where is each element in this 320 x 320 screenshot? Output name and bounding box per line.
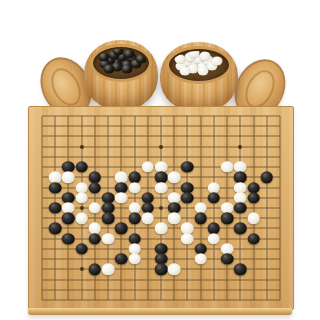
board-point[interactable] xyxy=(35,223,48,233)
board-point[interactable] xyxy=(194,152,207,162)
board-point[interactable] xyxy=(101,285,114,295)
board-point[interactable] xyxy=(49,234,62,244)
board-point[interactable] xyxy=(207,193,220,203)
board-point[interactable] xyxy=(49,254,62,264)
board-point[interactable] xyxy=(115,264,128,274)
board-point[interactable] xyxy=(194,142,207,152)
star-point xyxy=(159,145,163,149)
board-point[interactable] xyxy=(115,142,128,152)
board-point[interactable] xyxy=(115,131,128,141)
board-point[interactable] xyxy=(168,152,181,162)
board-point[interactable] xyxy=(62,131,75,141)
board-point[interactable] xyxy=(141,121,154,131)
board-point[interactable] xyxy=(168,274,181,284)
board-point[interactable] xyxy=(273,234,286,244)
board-point[interactable] xyxy=(75,223,88,233)
board-point[interactable] xyxy=(260,285,273,295)
board-point[interactable] xyxy=(115,152,128,162)
board-point[interactable] xyxy=(247,152,260,162)
white-stone xyxy=(115,192,128,203)
board-point[interactable] xyxy=(35,274,48,284)
board-point[interactable] xyxy=(128,182,141,192)
board-point[interactable] xyxy=(194,111,207,121)
board-point[interactable] xyxy=(35,162,48,172)
board-point[interactable] xyxy=(220,172,233,182)
board-point[interactable] xyxy=(207,152,220,162)
board-point[interactable] xyxy=(141,162,154,172)
board-point[interactable] xyxy=(35,203,48,213)
board-point[interactable] xyxy=(62,172,75,182)
board-point[interactable] xyxy=(260,274,273,284)
board-point[interactable] xyxy=(260,254,273,264)
board-point[interactable] xyxy=(154,264,167,274)
board-point[interactable] xyxy=(260,131,273,141)
black-stone xyxy=(89,233,102,244)
board-point[interactable] xyxy=(194,172,207,182)
board-point[interactable] xyxy=(49,274,62,284)
board-point[interactable] xyxy=(49,142,62,152)
board-point[interactable] xyxy=(141,142,154,152)
board-point[interactable] xyxy=(35,285,48,295)
board-point[interactable] xyxy=(154,295,167,305)
board-point[interactable] xyxy=(128,111,141,121)
board-point[interactable] xyxy=(141,131,154,141)
board-point[interactable] xyxy=(75,264,88,274)
board-point[interactable] xyxy=(101,234,114,244)
board-point[interactable] xyxy=(260,182,273,192)
board-point[interactable] xyxy=(234,295,247,305)
board-point[interactable] xyxy=(75,295,88,305)
board-point[interactable] xyxy=(168,295,181,305)
board-point[interactable] xyxy=(101,274,114,284)
board-point[interactable] xyxy=(260,203,273,213)
board-point[interactable] xyxy=(181,121,194,131)
board-point[interactable] xyxy=(273,295,286,305)
board-point[interactable] xyxy=(181,142,194,152)
board-point[interactable] xyxy=(273,203,286,213)
board-point[interactable] xyxy=(247,121,260,131)
board-point[interactable] xyxy=(154,111,167,121)
black-stone xyxy=(75,243,88,254)
board-point[interactable] xyxy=(260,244,273,254)
board-point[interactable] xyxy=(75,131,88,141)
board-point[interactable] xyxy=(62,295,75,305)
board-point[interactable] xyxy=(128,152,141,162)
board-point[interactable] xyxy=(207,203,220,213)
board-point[interactable] xyxy=(207,244,220,254)
board-point[interactable] xyxy=(194,223,207,233)
board-point[interactable] xyxy=(62,254,75,264)
board-point[interactable] xyxy=(75,244,88,254)
board-point[interactable] xyxy=(128,295,141,305)
board-point[interactable] xyxy=(49,182,62,192)
board-point[interactable] xyxy=(273,121,286,131)
board-point[interactable] xyxy=(62,142,75,152)
board-point[interactable] xyxy=(194,131,207,141)
board-point[interactable] xyxy=(220,162,233,172)
board-point[interactable] xyxy=(181,285,194,295)
board-point[interactable] xyxy=(154,193,167,203)
board-point[interactable] xyxy=(35,121,48,131)
board-point[interactable] xyxy=(207,142,220,152)
board-point[interactable] xyxy=(115,285,128,295)
board-point[interactable] xyxy=(260,264,273,274)
board-point[interactable] xyxy=(101,172,114,182)
board-point[interactable] xyxy=(115,121,128,131)
board-point[interactable] xyxy=(49,152,62,162)
board-point[interactable] xyxy=(220,213,233,223)
board-front-edge xyxy=(28,308,292,315)
board-point[interactable] xyxy=(101,152,114,162)
board-point[interactable] xyxy=(194,285,207,295)
board-point[interactable] xyxy=(128,274,141,284)
board-point[interactable] xyxy=(35,254,48,264)
board-point[interactable] xyxy=(128,264,141,274)
board-point[interactable] xyxy=(234,264,247,274)
board-point[interactable] xyxy=(181,295,194,305)
board-point[interactable] xyxy=(115,234,128,244)
black-stone xyxy=(49,182,62,193)
board-point[interactable] xyxy=(234,203,247,213)
white-stone xyxy=(155,223,168,234)
board-point[interactable] xyxy=(273,111,286,121)
board-point[interactable] xyxy=(247,295,260,305)
board-point[interactable] xyxy=(101,111,114,121)
board-point[interactable] xyxy=(181,193,194,203)
board-point[interactable] xyxy=(101,131,114,141)
board-point[interactable] xyxy=(234,244,247,254)
board-point[interactable] xyxy=(181,111,194,121)
board-point[interactable] xyxy=(154,274,167,284)
board-point[interactable] xyxy=(35,234,48,244)
board-point[interactable] xyxy=(194,295,207,305)
board-point[interactable] xyxy=(207,274,220,284)
board-point[interactable] xyxy=(49,285,62,295)
bowl-stone-black xyxy=(135,55,146,64)
board-point[interactable] xyxy=(168,121,181,131)
black-stone xyxy=(234,202,247,213)
board-point[interactable] xyxy=(88,274,101,284)
board-point[interactable] xyxy=(88,264,101,274)
board-point[interactable] xyxy=(101,121,114,131)
board-point[interactable] xyxy=(273,254,286,264)
board-point[interactable] xyxy=(273,193,286,203)
board-point[interactable] xyxy=(194,254,207,264)
board-point[interactable] xyxy=(115,274,128,284)
black-stone xyxy=(221,253,234,264)
board-point[interactable] xyxy=(154,142,167,152)
board-point[interactable] xyxy=(273,152,286,162)
board-point[interactable] xyxy=(181,203,194,213)
board-point[interactable] xyxy=(273,285,286,295)
board-point[interactable] xyxy=(181,234,194,244)
board-point[interactable] xyxy=(154,203,167,213)
board-point[interactable] xyxy=(128,254,141,264)
board-point[interactable] xyxy=(181,274,194,284)
board-point[interactable] xyxy=(128,131,141,141)
board-point[interactable] xyxy=(141,274,154,284)
board-point[interactable] xyxy=(35,264,48,274)
board-point[interactable] xyxy=(273,223,286,233)
board-point[interactable] xyxy=(128,285,141,295)
board-point[interactable] xyxy=(62,285,75,295)
board-point[interactable] xyxy=(141,213,154,223)
board-point[interactable] xyxy=(168,244,181,254)
black-stone xyxy=(234,264,247,275)
board-point[interactable] xyxy=(247,234,260,244)
board-point[interactable] xyxy=(88,234,101,244)
board-point[interactable] xyxy=(115,223,128,233)
board-point[interactable] xyxy=(220,121,233,131)
board-point[interactable] xyxy=(62,213,75,223)
board-point[interactable] xyxy=(234,121,247,131)
board-point[interactable] xyxy=(88,295,101,305)
board-point[interactable] xyxy=(75,285,88,295)
board-point[interactable] xyxy=(75,213,88,223)
board-point[interactable] xyxy=(273,172,286,182)
board-point[interactable] xyxy=(35,152,48,162)
board-point[interactable] xyxy=(207,234,220,244)
board-point[interactable] xyxy=(273,182,286,192)
board-point[interactable] xyxy=(128,213,141,223)
board-point[interactable] xyxy=(260,142,273,152)
board-point[interactable] xyxy=(154,121,167,131)
board-point[interactable] xyxy=(194,121,207,131)
board-point[interactable] xyxy=(88,203,101,213)
board-point[interactable] xyxy=(247,111,260,121)
board-point[interactable] xyxy=(273,131,286,141)
board-point[interactable] xyxy=(168,142,181,152)
board-point[interactable] xyxy=(194,162,207,172)
board-point[interactable] xyxy=(260,172,273,182)
board-point[interactable] xyxy=(115,193,128,203)
board-point[interactable] xyxy=(88,142,101,152)
board-point[interactable] xyxy=(220,182,233,192)
star-point xyxy=(159,206,163,210)
board-point[interactable] xyxy=(194,274,207,284)
board-point[interactable] xyxy=(247,244,260,254)
board-point[interactable] xyxy=(273,244,286,254)
bowl-stone-black xyxy=(99,52,110,61)
board-point[interactable] xyxy=(35,131,48,141)
board-point[interactable] xyxy=(168,264,181,274)
board-point[interactable] xyxy=(260,223,273,233)
board-point[interactable] xyxy=(260,111,273,121)
black-stone xyxy=(89,264,102,275)
board-point[interactable] xyxy=(234,223,247,233)
board-point[interactable] xyxy=(260,193,273,203)
board-point[interactable] xyxy=(141,254,154,264)
board-point[interactable] xyxy=(88,182,101,192)
board-point[interactable] xyxy=(234,131,247,141)
board-point[interactable] xyxy=(154,223,167,233)
board-point[interactable] xyxy=(220,254,233,264)
board-point[interactable] xyxy=(35,213,48,223)
board-point[interactable] xyxy=(220,142,233,152)
board-point[interactable] xyxy=(141,244,154,254)
board-point[interactable] xyxy=(247,131,260,141)
board-point[interactable] xyxy=(181,264,194,274)
board-point[interactable] xyxy=(141,295,154,305)
board-point[interactable] xyxy=(260,213,273,223)
board-point[interactable] xyxy=(35,193,48,203)
board-point[interactable] xyxy=(194,182,207,192)
black-stone xyxy=(115,253,128,264)
board-point[interactable] xyxy=(75,162,88,172)
board-point[interactable] xyxy=(115,254,128,264)
board-point[interactable] xyxy=(273,264,286,274)
board-point[interactable] xyxy=(101,213,114,223)
board-point[interactable] xyxy=(88,111,101,121)
board-point[interactable] xyxy=(220,131,233,141)
board-point[interactable] xyxy=(62,111,75,121)
board-point[interactable] xyxy=(247,274,260,284)
board-point[interactable] xyxy=(168,131,181,141)
board-point[interactable] xyxy=(35,172,48,182)
board-point[interactable] xyxy=(181,244,194,254)
board-point[interactable] xyxy=(220,295,233,305)
board-point[interactable] xyxy=(260,152,273,162)
board-point[interactable] xyxy=(115,203,128,213)
board-point[interactable] xyxy=(273,142,286,152)
board-point[interactable] xyxy=(247,285,260,295)
board-point[interactable] xyxy=(141,223,154,233)
board-point[interactable] xyxy=(247,193,260,203)
white-stone xyxy=(181,233,194,244)
board-point[interactable] xyxy=(62,264,75,274)
board-point[interactable] xyxy=(88,152,101,162)
board-point[interactable] xyxy=(49,295,62,305)
board-point[interactable] xyxy=(247,142,260,152)
board-point[interactable] xyxy=(207,264,220,274)
board-point[interactable] xyxy=(260,295,273,305)
board-point[interactable] xyxy=(35,142,48,152)
white-stone xyxy=(194,253,207,264)
board-point[interactable] xyxy=(49,111,62,121)
board-point[interactable] xyxy=(49,203,62,213)
board-point[interactable] xyxy=(75,111,88,121)
board-point[interactable] xyxy=(234,111,247,121)
white-stone xyxy=(128,182,141,193)
board-point[interactable] xyxy=(115,295,128,305)
board-point[interactable] xyxy=(128,121,141,131)
board-point[interactable] xyxy=(141,172,154,182)
board-point[interactable] xyxy=(154,182,167,192)
board-point[interactable] xyxy=(141,111,154,121)
board-point[interactable] xyxy=(181,254,194,264)
board-point[interactable] xyxy=(207,111,220,121)
board-point[interactable] xyxy=(75,121,88,131)
board-point[interactable] xyxy=(62,234,75,244)
board-point[interactable] xyxy=(207,162,220,172)
board-point[interactable] xyxy=(115,111,128,121)
board-point[interactable] xyxy=(220,111,233,121)
board-point[interactable] xyxy=(234,234,247,244)
board-point[interactable] xyxy=(141,234,154,244)
board-point[interactable] xyxy=(49,121,62,131)
board-point[interactable] xyxy=(181,162,194,172)
board-point[interactable] xyxy=(75,274,88,284)
board-point[interactable] xyxy=(35,295,48,305)
board-point[interactable] xyxy=(181,131,194,141)
board-point[interactable] xyxy=(168,285,181,295)
board-point[interactable] xyxy=(75,254,88,264)
board-point[interactable] xyxy=(207,131,220,141)
board-point[interactable] xyxy=(35,244,48,254)
board-point[interactable] xyxy=(273,162,286,172)
board-point[interactable] xyxy=(88,285,101,295)
board-point[interactable] xyxy=(247,213,260,223)
board-point[interactable] xyxy=(194,213,207,223)
board-point[interactable] xyxy=(49,131,62,141)
board-point[interactable] xyxy=(101,142,114,152)
board-point[interactable] xyxy=(154,285,167,295)
board-point[interactable] xyxy=(220,264,233,274)
board-point[interactable] xyxy=(141,285,154,295)
board-point[interactable] xyxy=(128,142,141,152)
board-point[interactable] xyxy=(207,254,220,264)
board-point[interactable] xyxy=(234,285,247,295)
board-point[interactable] xyxy=(168,172,181,182)
white-stone xyxy=(75,192,88,203)
board-point[interactable] xyxy=(260,121,273,131)
board-point[interactable] xyxy=(207,285,220,295)
board-point[interactable] xyxy=(220,223,233,233)
board-point[interactable] xyxy=(88,244,101,254)
board-point[interactable] xyxy=(62,121,75,131)
board-point[interactable] xyxy=(62,244,75,254)
board-point[interactable] xyxy=(247,162,260,172)
board-point[interactable] xyxy=(168,223,181,233)
board-point[interactable] xyxy=(207,295,220,305)
board-point[interactable] xyxy=(154,131,167,141)
board-point[interactable] xyxy=(49,223,62,233)
white-stone xyxy=(247,213,260,224)
board-point[interactable] xyxy=(168,213,181,223)
board-point[interactable] xyxy=(62,274,75,284)
board-point[interactable] xyxy=(88,121,101,131)
board-point[interactable] xyxy=(75,142,88,152)
board-point[interactable] xyxy=(88,131,101,141)
board-point[interactable] xyxy=(273,274,286,284)
board-point[interactable] xyxy=(35,182,48,192)
board-point[interactable] xyxy=(194,264,207,274)
bowl-stone-white xyxy=(175,54,186,63)
board-point[interactable] xyxy=(234,142,247,152)
board-point[interactable] xyxy=(101,244,114,254)
board-point[interactable] xyxy=(35,111,48,121)
board-point[interactable] xyxy=(141,264,154,274)
board-point[interactable] xyxy=(75,193,88,203)
star-point xyxy=(238,145,242,149)
board-point[interactable] xyxy=(234,274,247,284)
board-point[interactable] xyxy=(247,254,260,264)
board-point[interactable] xyxy=(168,234,181,244)
board-point[interactable] xyxy=(168,111,181,121)
board-point[interactable] xyxy=(247,264,260,274)
board-point[interactable] xyxy=(101,162,114,172)
board-point[interactable] xyxy=(273,213,286,223)
board-point[interactable] xyxy=(220,285,233,295)
board-point[interactable] xyxy=(260,234,273,244)
board-point[interactable] xyxy=(207,121,220,131)
board-point[interactable] xyxy=(49,264,62,274)
board-point[interactable] xyxy=(101,264,114,274)
board-point[interactable] xyxy=(101,295,114,305)
board-point[interactable] xyxy=(220,274,233,284)
board-point[interactable] xyxy=(49,244,62,254)
bowl-stone-black xyxy=(103,64,114,73)
